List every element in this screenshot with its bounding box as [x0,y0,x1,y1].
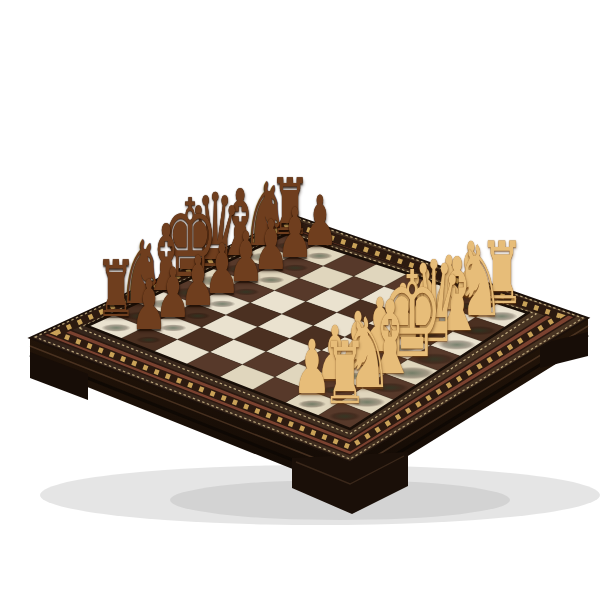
chess-set-photo: ♜♟♞♟♝♟♛♟♚♟♝♟♞♟♜♟♜♟♞♟♟♝♟♛♟♚♟♝♟♞♟♜ [0,0,600,600]
chess-board [0,0,600,600]
